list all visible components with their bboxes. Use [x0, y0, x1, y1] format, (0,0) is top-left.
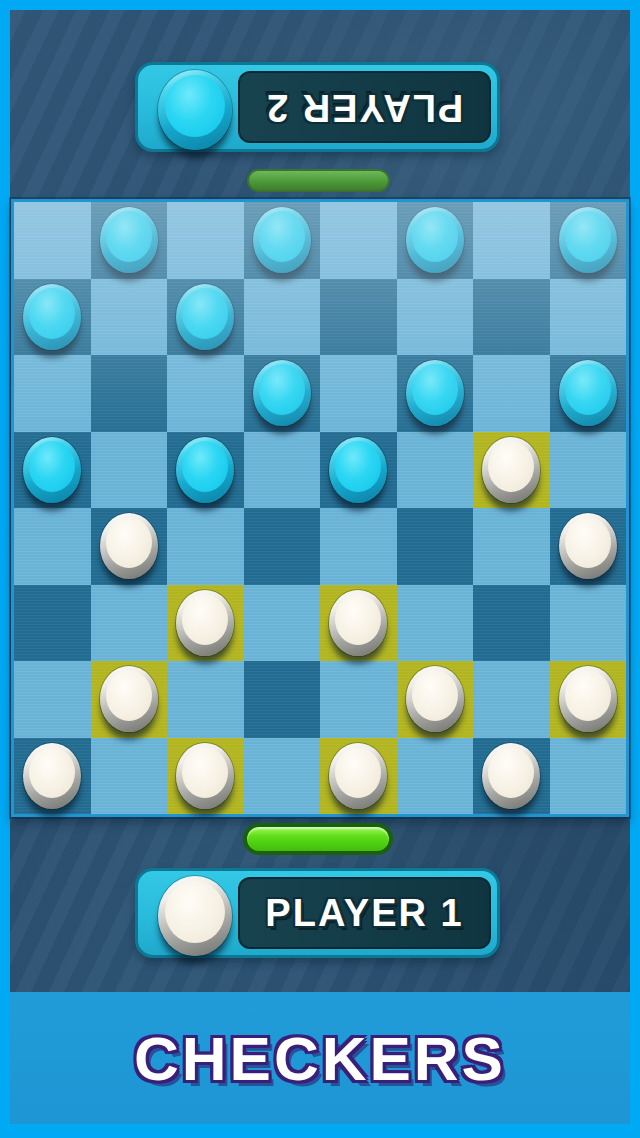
square-r4c4	[320, 508, 397, 585]
square-r1c5	[397, 279, 474, 356]
square-r5c6[interactable]	[473, 585, 550, 662]
square-r7c4[interactable]	[320, 738, 397, 815]
checkers-board	[14, 202, 626, 814]
square-r5c7	[550, 585, 627, 662]
square-r1c3	[244, 279, 321, 356]
square-r2c5[interactable]	[397, 355, 474, 432]
square-r0c5[interactable]	[397, 202, 474, 279]
checker-piece-cyan[interactable]	[23, 437, 81, 503]
square-r5c2[interactable]	[167, 585, 244, 662]
square-r1c6[interactable]	[473, 279, 550, 356]
checkers-board-frame	[11, 199, 629, 817]
checker-piece-cyan[interactable]	[23, 284, 81, 350]
checker-piece-cyan[interactable]	[329, 437, 387, 503]
checker-piece-white[interactable]	[176, 743, 234, 809]
square-r3c5	[397, 432, 474, 509]
square-r1c4[interactable]	[320, 279, 397, 356]
checker-piece-white[interactable]	[559, 666, 617, 732]
square-r4c2	[167, 508, 244, 585]
square-r6c7[interactable]	[550, 661, 627, 738]
square-r6c4	[320, 661, 397, 738]
square-r5c0[interactable]	[14, 585, 91, 662]
square-r2c4	[320, 355, 397, 432]
checker-piece-cyan[interactable]	[559, 360, 617, 426]
square-r5c5	[397, 585, 474, 662]
square-r6c0	[14, 661, 91, 738]
square-r2c3[interactable]	[244, 355, 321, 432]
square-r1c1	[91, 279, 168, 356]
square-r5c1	[91, 585, 168, 662]
checker-piece-white[interactable]	[329, 590, 387, 656]
square-r0c2	[167, 202, 244, 279]
square-r3c7	[550, 432, 627, 509]
square-r1c2[interactable]	[167, 279, 244, 356]
square-r5c4[interactable]	[320, 585, 397, 662]
checker-piece-cyan[interactable]	[100, 207, 158, 273]
checker-piece-cyan[interactable]	[253, 360, 311, 426]
square-r2c2	[167, 355, 244, 432]
title-banner: CHECKERS	[10, 992, 630, 1124]
square-r0c1[interactable]	[91, 202, 168, 279]
square-r6c3[interactable]	[244, 661, 321, 738]
square-r4c0	[14, 508, 91, 585]
player2-panel: PLAYER 2	[135, 62, 500, 152]
checker-piece-white[interactable]	[482, 437, 540, 503]
square-r1c7	[550, 279, 627, 356]
checker-piece-white[interactable]	[100, 666, 158, 732]
checker-piece-white[interactable]	[406, 666, 464, 732]
square-r7c0[interactable]	[14, 738, 91, 815]
player1-panel: PLAYER 1	[135, 868, 500, 958]
square-r7c2[interactable]	[167, 738, 244, 815]
square-r2c6	[473, 355, 550, 432]
checker-piece-white[interactable]	[559, 513, 617, 579]
player1-turn-bar	[243, 823, 393, 855]
square-r7c7	[550, 738, 627, 815]
square-r0c7[interactable]	[550, 202, 627, 279]
checker-piece-white[interactable]	[329, 743, 387, 809]
square-r3c2[interactable]	[167, 432, 244, 509]
square-r0c4	[320, 202, 397, 279]
square-r1c0[interactable]	[14, 279, 91, 356]
square-r3c6[interactable]	[473, 432, 550, 509]
square-r3c1	[91, 432, 168, 509]
player1-name-box: PLAYER 1	[238, 877, 491, 949]
square-r2c1[interactable]	[91, 355, 168, 432]
square-r2c7[interactable]	[550, 355, 627, 432]
square-r4c7[interactable]	[550, 508, 627, 585]
player2-turn-bar	[247, 169, 390, 192]
checker-piece-white[interactable]	[23, 743, 81, 809]
square-r0c6	[473, 202, 550, 279]
square-r7c1	[91, 738, 168, 815]
checker-piece-white[interactable]	[100, 513, 158, 579]
square-r4c1[interactable]	[91, 508, 168, 585]
square-r4c6	[473, 508, 550, 585]
checker-piece-cyan[interactable]	[176, 284, 234, 350]
square-r4c3[interactable]	[244, 508, 321, 585]
square-r7c3	[244, 738, 321, 815]
square-r7c5	[397, 738, 474, 815]
square-r3c3	[244, 432, 321, 509]
player2-label: PLAYER 2	[265, 86, 463, 129]
square-r4c5[interactable]	[397, 508, 474, 585]
checker-piece-cyan[interactable]	[559, 207, 617, 273]
square-r2c0	[14, 355, 91, 432]
game-title: CHECKERS	[134, 1023, 506, 1094]
checker-piece-cyan[interactable]	[253, 207, 311, 273]
square-r3c0[interactable]	[14, 432, 91, 509]
checker-piece-cyan[interactable]	[406, 207, 464, 273]
square-r6c5[interactable]	[397, 661, 474, 738]
player2-checker-icon	[158, 70, 232, 150]
square-r6c1[interactable]	[91, 661, 168, 738]
square-r5c3	[244, 585, 321, 662]
square-r0c3[interactable]	[244, 202, 321, 279]
player1-checker-icon	[158, 876, 232, 956]
square-r7c6[interactable]	[473, 738, 550, 815]
checker-piece-white[interactable]	[482, 743, 540, 809]
checker-piece-cyan[interactable]	[176, 437, 234, 503]
checker-piece-white[interactable]	[176, 590, 234, 656]
player1-label: PLAYER 1	[265, 892, 463, 935]
square-r6c6	[473, 661, 550, 738]
square-r0c0	[14, 202, 91, 279]
square-r6c2	[167, 661, 244, 738]
player2-name-box: PLAYER 2	[238, 71, 491, 143]
checker-piece-cyan[interactable]	[406, 360, 464, 426]
square-r3c4[interactable]	[320, 432, 397, 509]
